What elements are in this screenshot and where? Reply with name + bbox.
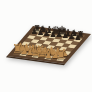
chess-set-photo: ♜♞♝♛♚♝♞♜♟♟♟♟♟♟♟♟♟♟♟♟♟♟♟♟♜♞♝♛♚♝♞♜ (0, 0, 92, 92)
piece-white-rook-h1[interactable]: ♜ (56, 50, 67, 62)
board-wrapper: ♜♞♝♛♚♝♞♜♟♟♟♟♟♟♟♟♟♟♟♟♟♟♟♟♜♞♝♛♚♝♞♜ (0, 0, 92, 92)
pieces-layer: ♜♞♝♛♚♝♞♜♟♟♟♟♟♟♟♟♟♟♟♟♟♟♟♟♜♞♝♛♚♝♞♜ (0, 0, 92, 92)
piece-black-pawn-h7[interactable]: ♟ (74, 34, 81, 42)
